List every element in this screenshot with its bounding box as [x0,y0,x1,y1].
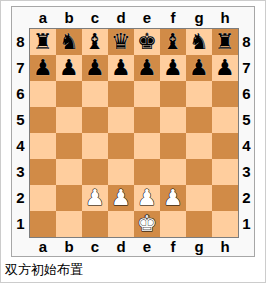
caption: 双方初始布置 [5,261,261,278]
square-c4 [82,133,108,159]
file-label-g: g [186,238,212,256]
square-b1 [56,211,82,237]
square-a1 [30,211,56,237]
piece-bp-h7: ♟ [212,55,238,81]
file-label-d: d [108,238,134,256]
rank-label-7: 7 [12,55,29,81]
piece-wp-c2: ♟ [82,185,108,211]
square-c3 [82,159,108,185]
square-b6 [56,81,82,107]
square-d2: ♟ [108,185,134,211]
file-labels-top: abcdefgh [12,7,254,28]
piece-bn-g8: ♞ [186,29,212,55]
square-a7: ♟ [30,55,56,81]
piece-wp-d2: ♟ [108,185,134,211]
square-e8: ♚ [134,29,160,55]
piece-bk-e8: ♚ [134,29,160,55]
square-b4 [56,133,82,159]
square-h5 [212,107,238,133]
square-c8: ♝ [82,29,108,55]
square-g1 [186,211,212,237]
square-g2 [186,185,212,211]
square-c6 [82,81,108,107]
file-label-f: f [160,7,186,28]
piece-bp-c7: ♟ [82,55,108,81]
square-h6 [212,81,238,107]
square-g8: ♞ [186,29,212,55]
square-c2: ♟ [82,185,108,211]
rank-label-2: 2 [239,185,254,211]
file-label-c: c [82,7,108,28]
square-b2 [56,185,82,211]
square-f2: ♟ [160,185,186,211]
square-c1 [82,211,108,237]
square-e7: ♟ [134,55,160,81]
square-h3 [212,159,238,185]
square-f4 [160,133,186,159]
rank-label-6: 6 [239,81,254,107]
square-h7: ♟ [212,55,238,81]
rank-label-1: 1 [239,211,254,237]
square-d5 [108,107,134,133]
file-label-c: c [82,238,108,256]
rank-labels-right: 87654321 [239,28,254,238]
square-c5 [82,107,108,133]
square-e4 [134,133,160,159]
rank-label-2: 2 [12,185,29,211]
file-label-e: e [134,238,160,256]
rank-label-6: 6 [12,81,29,107]
rank-label-7: 7 [239,55,254,81]
chess-diagram[interactable]: abcdefgh 87654321 ♜♞♝♛♚♝♞♜♟♟♟♟♟♟♟♟♟♟♟♟♚ … [11,6,255,257]
piece-br-a8: ♜ [30,29,56,55]
square-c7: ♟ [82,55,108,81]
rank-label-1: 1 [12,211,29,237]
square-g4 [186,133,212,159]
file-label-a: a [30,238,56,256]
piece-wk-e1: ♚ [134,211,160,237]
file-label-g: g [186,7,212,28]
file-label-h: h [212,238,238,256]
file-label-d: d [108,7,134,28]
piece-bp-e7: ♟ [134,55,160,81]
file-label-h: h [212,7,238,28]
rank-labels-left: 87654321 [12,28,29,238]
square-d3 [108,159,134,185]
square-a5 [30,107,56,133]
file-label-f: f [160,238,186,256]
square-e3 [134,159,160,185]
spacer [12,238,30,256]
square-a6 [30,81,56,107]
chess-board: ♜♞♝♛♚♝♞♜♟♟♟♟♟♟♟♟♟♟♟♟♚ [29,28,239,238]
square-g5 [186,107,212,133]
square-f6 [160,81,186,107]
piece-bp-b7: ♟ [56,55,82,81]
square-b5 [56,107,82,133]
square-g7: ♟ [186,55,212,81]
piece-bp-f7: ♟ [160,55,186,81]
square-d4 [108,133,134,159]
piece-wp-e2: ♟ [134,185,160,211]
spacer [238,238,254,256]
square-a4 [30,133,56,159]
square-e1: ♚ [134,211,160,237]
piece-br-h8: ♜ [212,29,238,55]
square-b8: ♞ [56,29,82,55]
file-labels-bottom: abcdefgh [12,238,254,256]
square-a2 [30,185,56,211]
rank-label-3: 3 [12,159,29,185]
file-label-b: b [56,238,82,256]
square-h2 [212,185,238,211]
square-d6 [108,81,134,107]
square-f5 [160,107,186,133]
square-d8: ♛ [108,29,134,55]
rank-label-5: 5 [239,107,254,133]
square-b7: ♟ [56,55,82,81]
piece-bq-d8: ♛ [108,29,134,55]
square-h8: ♜ [212,29,238,55]
square-f1 [160,211,186,237]
square-f7: ♟ [160,55,186,81]
square-a8: ♜ [30,29,56,55]
square-d7: ♟ [108,55,134,81]
square-h1 [212,211,238,237]
file-label-b: b [56,7,82,28]
spacer [12,7,30,28]
piece-bp-g7: ♟ [186,55,212,81]
square-e6 [134,81,160,107]
square-e5 [134,107,160,133]
square-f3 [160,159,186,185]
piece-bp-a7: ♟ [30,55,56,81]
square-d1 [108,211,134,237]
rank-label-4: 4 [12,133,29,159]
rank-label-5: 5 [12,107,29,133]
piece-wp-f2: ♟ [160,185,186,211]
chess-diagram-figure: abcdefgh 87654321 ♜♞♝♛♚♝♞♜♟♟♟♟♟♟♟♟♟♟♟♟♚ … [0,0,266,283]
square-g6 [186,81,212,107]
square-a3 [30,159,56,185]
square-b3 [56,159,82,185]
square-e2: ♟ [134,185,160,211]
piece-bb-c8: ♝ [82,29,108,55]
rank-label-8: 8 [12,29,29,55]
square-f8: ♝ [160,29,186,55]
piece-bn-b8: ♞ [56,29,82,55]
file-label-a: a [30,7,56,28]
spacer [238,7,254,28]
rank-label-3: 3 [239,159,254,185]
rank-label-4: 4 [239,133,254,159]
rank-label-8: 8 [239,29,254,55]
piece-bb-f8: ♝ [160,29,186,55]
square-g3 [186,159,212,185]
square-h4 [212,133,238,159]
piece-bp-d7: ♟ [108,55,134,81]
file-label-e: e [134,7,160,28]
